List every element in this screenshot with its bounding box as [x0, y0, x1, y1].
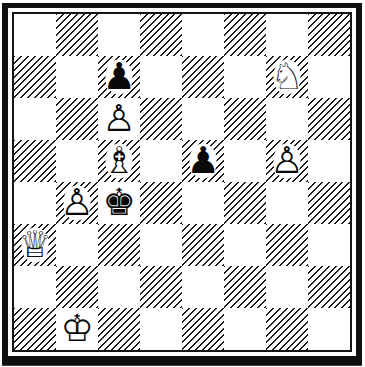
board-inner-rule: ♟♘♙♗♟♙♙♚♕♔ [12, 12, 352, 352]
square-d6 [140, 98, 182, 140]
square-e1 [182, 308, 224, 350]
square-c2 [98, 266, 140, 308]
square-a2 [14, 266, 56, 308]
square-c6: ♙ [98, 98, 140, 140]
square-f3 [224, 224, 266, 266]
square-f1 [224, 308, 266, 350]
chess-board: ♟♘♙♗♟♙♙♚♕♔ [14, 14, 350, 350]
square-f7 [224, 56, 266, 98]
square-g5: ♙ [266, 140, 308, 182]
square-b3 [56, 224, 98, 266]
square-c7: ♟ [98, 56, 140, 98]
square-a4 [14, 182, 56, 224]
black-pawn-e5: ♟ [186, 140, 219, 182]
square-d8 [140, 14, 182, 56]
square-b6 [56, 98, 98, 140]
square-a6 [14, 98, 56, 140]
square-d3 [140, 224, 182, 266]
square-h2 [308, 266, 350, 308]
white-pawn-g5: ♙ [270, 140, 303, 182]
square-c1 [98, 308, 140, 350]
square-g1 [266, 308, 308, 350]
square-a8 [14, 14, 56, 56]
square-b4: ♙ [56, 182, 98, 224]
square-h1 [308, 308, 350, 350]
white-queen-a3: ♕ [18, 224, 51, 266]
square-h5 [308, 140, 350, 182]
square-d5 [140, 140, 182, 182]
chess-diagram: ♟♘♙♗♟♙♙♚♕♔ [2, 3, 362, 365]
square-h6 [308, 98, 350, 140]
square-a3: ♕ [14, 224, 56, 266]
square-e6 [182, 98, 224, 140]
square-b8 [56, 14, 98, 56]
square-d7 [140, 56, 182, 98]
white-pawn-b4: ♙ [60, 182, 93, 224]
square-c4: ♚ [98, 182, 140, 224]
square-d4 [140, 182, 182, 224]
square-a7 [14, 56, 56, 98]
square-g3 [266, 224, 308, 266]
square-e3 [182, 224, 224, 266]
square-g7: ♘ [266, 56, 308, 98]
square-h4 [308, 182, 350, 224]
square-a5 [14, 140, 56, 182]
white-knight-g7: ♘ [270, 56, 303, 98]
square-h7 [308, 56, 350, 98]
white-king-b1: ♔ [60, 308, 93, 350]
square-c5: ♗ [98, 140, 140, 182]
square-g6 [266, 98, 308, 140]
square-b7 [56, 56, 98, 98]
square-e4 [182, 182, 224, 224]
white-pawn-c6: ♙ [102, 98, 135, 140]
square-f5 [224, 140, 266, 182]
square-e2 [182, 266, 224, 308]
square-h8 [308, 14, 350, 56]
square-g2 [266, 266, 308, 308]
square-d1 [140, 308, 182, 350]
square-b5 [56, 140, 98, 182]
square-f4 [224, 182, 266, 224]
square-g4 [266, 182, 308, 224]
square-h3 [308, 224, 350, 266]
board-outer-frame: ♟♘♙♗♟♙♙♚♕♔ [2, 3, 362, 365]
square-b1: ♔ [56, 308, 98, 350]
black-pawn-c7: ♟ [102, 56, 135, 98]
square-f2 [224, 266, 266, 308]
square-c8 [98, 14, 140, 56]
square-d2 [140, 266, 182, 308]
square-e5: ♟ [182, 140, 224, 182]
square-f8 [224, 14, 266, 56]
white-bishop-c5: ♗ [102, 140, 135, 182]
square-e7 [182, 56, 224, 98]
square-e8 [182, 14, 224, 56]
square-f6 [224, 98, 266, 140]
square-c3 [98, 224, 140, 266]
square-b2 [56, 266, 98, 308]
square-g8 [266, 14, 308, 56]
square-a1 [14, 308, 56, 350]
black-king-c4: ♚ [102, 182, 135, 224]
